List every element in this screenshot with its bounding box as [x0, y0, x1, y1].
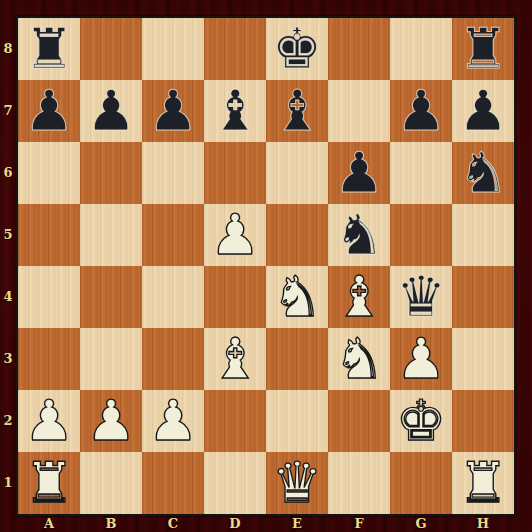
square-b7[interactable]: ♟	[80, 80, 142, 142]
square-c7[interactable]: ♟	[142, 80, 204, 142]
piece-white-pawn[interactable]: ♟	[142, 390, 204, 452]
square-g2[interactable]: ♚	[390, 390, 452, 452]
square-h7[interactable]: ♟	[452, 80, 514, 142]
square-h3[interactable]	[452, 328, 514, 390]
square-g8[interactable]	[390, 18, 452, 80]
piece-white-pawn[interactable]: ♟	[204, 204, 266, 266]
piece-white-rook[interactable]: ♜	[18, 452, 80, 514]
square-h5[interactable]	[452, 204, 514, 266]
chess-board: ♜♚♜♟♟♟♝♝♟♟♟♞♟♞♞♝♛♝♞♟♟♟♟♚♜♛♜	[16, 16, 516, 516]
square-a4[interactable]	[18, 266, 80, 328]
square-a8[interactable]: ♜	[18, 18, 80, 80]
rank-label-2: 2	[0, 390, 16, 452]
file-label-c: C	[142, 516, 204, 532]
piece-black-rook[interactable]: ♜	[452, 18, 514, 80]
square-e6[interactable]	[266, 142, 328, 204]
square-d5[interactable]: ♟	[204, 204, 266, 266]
square-e8[interactable]: ♚	[266, 18, 328, 80]
rank-label-8: 8	[0, 18, 16, 80]
square-c1[interactable]	[142, 452, 204, 514]
piece-black-pawn[interactable]: ♟	[18, 80, 80, 142]
square-e5[interactable]	[266, 204, 328, 266]
chess-board-frame: ♜♚♜♟♟♟♝♝♟♟♟♞♟♞♞♝♛♝♞♟♟♟♟♚♜♛♜ 87654321 ABC…	[0, 0, 532, 532]
square-a7[interactable]: ♟	[18, 80, 80, 142]
square-f4[interactable]: ♝	[328, 266, 390, 328]
square-e3[interactable]	[266, 328, 328, 390]
square-b1[interactable]	[80, 452, 142, 514]
square-d4[interactable]	[204, 266, 266, 328]
square-f7[interactable]	[328, 80, 390, 142]
piece-black-bishop[interactable]: ♝	[204, 80, 266, 142]
square-d6[interactable]	[204, 142, 266, 204]
piece-black-pawn[interactable]: ♟	[80, 80, 142, 142]
file-label-e: E	[266, 516, 328, 532]
square-d7[interactable]: ♝	[204, 80, 266, 142]
piece-white-rook[interactable]: ♜	[452, 452, 514, 514]
piece-white-bishop[interactable]: ♝	[328, 266, 390, 328]
piece-white-queen[interactable]: ♛	[266, 452, 328, 514]
rank-label-5: 5	[0, 204, 16, 266]
piece-black-queen[interactable]: ♛	[390, 266, 452, 328]
square-a1[interactable]: ♜	[18, 452, 80, 514]
piece-white-bishop[interactable]: ♝	[204, 328, 266, 390]
square-b4[interactable]	[80, 266, 142, 328]
square-h2[interactable]	[452, 390, 514, 452]
piece-white-knight[interactable]: ♞	[266, 266, 328, 328]
file-label-h: H	[452, 516, 514, 532]
file-label-a: A	[18, 516, 80, 532]
piece-black-pawn[interactable]: ♟	[452, 80, 514, 142]
piece-white-knight[interactable]: ♞	[328, 328, 390, 390]
square-h1[interactable]: ♜	[452, 452, 514, 514]
piece-black-pawn[interactable]: ♟	[328, 142, 390, 204]
rank-label-6: 6	[0, 142, 16, 204]
square-h4[interactable]	[452, 266, 514, 328]
square-g3[interactable]: ♟	[390, 328, 452, 390]
file-label-b: B	[80, 516, 142, 532]
piece-black-bishop[interactable]: ♝	[266, 80, 328, 142]
file-label-g: G	[390, 516, 452, 532]
square-d3[interactable]: ♝	[204, 328, 266, 390]
square-g6[interactable]	[390, 142, 452, 204]
square-a6[interactable]	[18, 142, 80, 204]
square-g7[interactable]: ♟	[390, 80, 452, 142]
square-e7[interactable]: ♝	[266, 80, 328, 142]
square-a3[interactable]	[18, 328, 80, 390]
square-c6[interactable]	[142, 142, 204, 204]
square-b8[interactable]	[80, 18, 142, 80]
rank-label-1: 1	[0, 452, 16, 514]
square-d8[interactable]	[204, 18, 266, 80]
square-d2[interactable]	[204, 390, 266, 452]
square-c4[interactable]	[142, 266, 204, 328]
piece-black-king[interactable]: ♚	[266, 18, 328, 80]
square-f5[interactable]: ♞	[328, 204, 390, 266]
square-g5[interactable]	[390, 204, 452, 266]
square-b2[interactable]: ♟	[80, 390, 142, 452]
square-a5[interactable]	[18, 204, 80, 266]
square-f8[interactable]	[328, 18, 390, 80]
file-label-d: D	[204, 516, 266, 532]
square-e4[interactable]: ♞	[266, 266, 328, 328]
square-e1[interactable]: ♛	[266, 452, 328, 514]
piece-white-pawn[interactable]: ♟	[80, 390, 142, 452]
piece-white-king[interactable]: ♚	[390, 390, 452, 452]
piece-white-pawn[interactable]: ♟	[390, 328, 452, 390]
square-b5[interactable]	[80, 204, 142, 266]
square-f3[interactable]: ♞	[328, 328, 390, 390]
square-f1[interactable]	[328, 452, 390, 514]
square-d1[interactable]	[204, 452, 266, 514]
rank-label-4: 4	[0, 266, 16, 328]
square-a2[interactable]: ♟	[18, 390, 80, 452]
piece-black-pawn[interactable]: ♟	[390, 80, 452, 142]
square-c3[interactable]	[142, 328, 204, 390]
square-h8[interactable]: ♜	[452, 18, 514, 80]
square-b6[interactable]	[80, 142, 142, 204]
square-c5[interactable]	[142, 204, 204, 266]
piece-black-knight[interactable]: ♞	[328, 204, 390, 266]
rank-label-7: 7	[0, 80, 16, 142]
rank-label-3: 3	[0, 328, 16, 390]
piece-black-pawn[interactable]: ♟	[142, 80, 204, 142]
piece-black-knight[interactable]: ♞	[452, 142, 514, 204]
square-g1[interactable]	[390, 452, 452, 514]
piece-black-rook[interactable]: ♜	[18, 18, 80, 80]
square-h6[interactable]: ♞	[452, 142, 514, 204]
square-f2[interactable]	[328, 390, 390, 452]
square-g4[interactable]: ♛	[390, 266, 452, 328]
square-c8[interactable]	[142, 18, 204, 80]
square-b3[interactable]	[80, 328, 142, 390]
square-f6[interactable]: ♟	[328, 142, 390, 204]
square-c2[interactable]: ♟	[142, 390, 204, 452]
square-e2[interactable]	[266, 390, 328, 452]
piece-white-pawn[interactable]: ♟	[18, 390, 80, 452]
file-label-f: F	[328, 516, 390, 532]
